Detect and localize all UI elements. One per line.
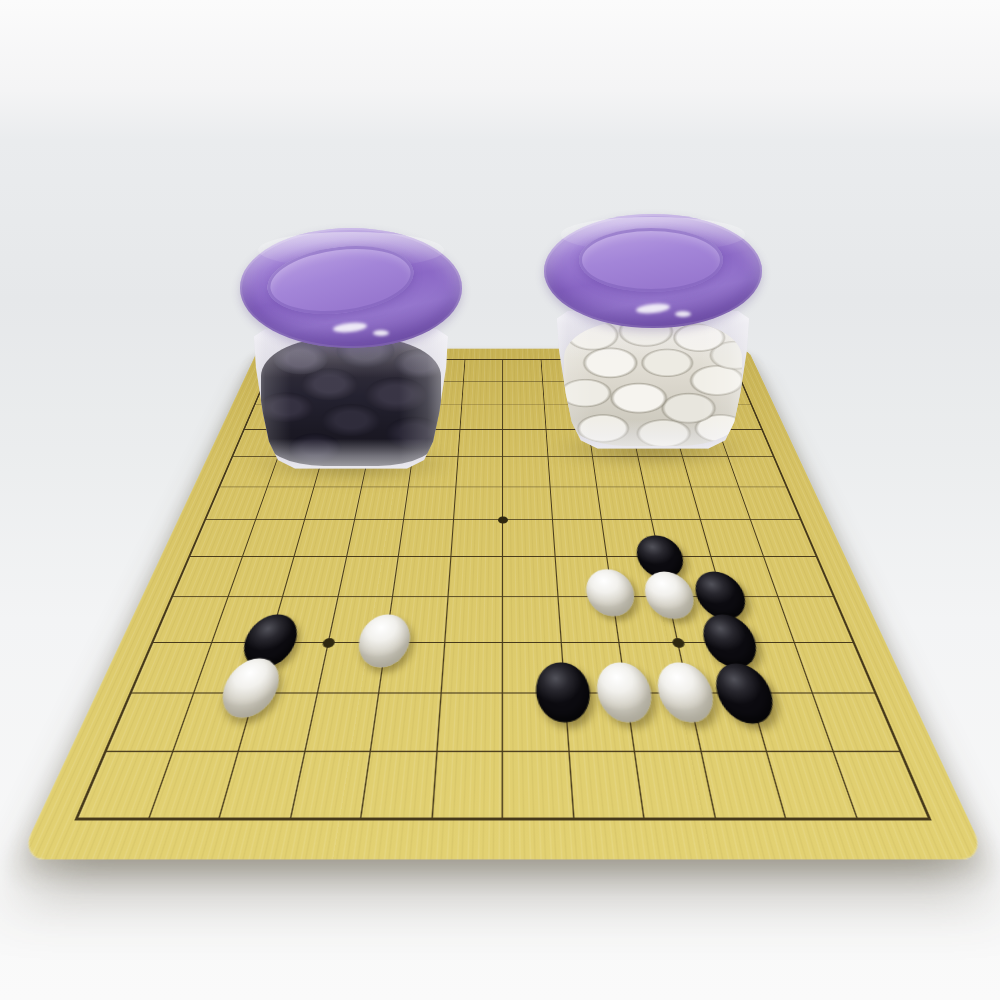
- grid-cell: [441, 642, 503, 693]
- jar-glass-sheen: [251, 328, 451, 470]
- photo-scene: [0, 0, 1000, 1000]
- grid-cell: [295, 520, 355, 557]
- grid-cell: [456, 457, 503, 487]
- grid-cell: [503, 404, 546, 429]
- grid-cell: [437, 694, 503, 752]
- jar-glass-sheen: [554, 310, 752, 450]
- grid-cell: [338, 557, 399, 598]
- grid-cell: [355, 487, 409, 520]
- grid-cell: [569, 751, 644, 817]
- go-board-mat: [19, 349, 987, 860]
- grid-cell: [503, 751, 574, 817]
- grid-cell: [432, 751, 503, 817]
- grid-cell: [503, 457, 550, 487]
- white-jar-lid[interactable]: [544, 214, 762, 328]
- grid-cell: [399, 520, 454, 557]
- white-stones-jar[interactable]: [544, 214, 762, 454]
- grid-cell: [460, 404, 503, 429]
- grid-cell: [503, 557, 558, 598]
- black-jar-lid[interactable]: [240, 228, 462, 348]
- tengen-star-point: [498, 517, 508, 524]
- grid-cell: [739, 487, 800, 520]
- grid-cell: [503, 430, 548, 457]
- grid-cell: [553, 520, 608, 557]
- grid-cell: [503, 597, 561, 642]
- grid-cell: [371, 694, 441, 752]
- jar-body: [251, 328, 451, 470]
- grid-cell: [503, 520, 555, 557]
- grid-cell: [404, 487, 456, 520]
- grid-cell: [454, 487, 504, 520]
- grid-cell: [347, 520, 404, 557]
- grid-cell: [550, 487, 602, 520]
- lid-inner-disc: [579, 228, 723, 292]
- go-board-perspective-wrapper: [19, 349, 987, 860]
- grid-cell: [503, 381, 544, 404]
- go-board-grid: [74, 359, 931, 820]
- black-stones-jar[interactable]: [240, 228, 462, 472]
- grid-cell: [462, 381, 503, 404]
- grid-cell: [445, 597, 503, 642]
- jar-body: [554, 310, 752, 450]
- grid-cell: [503, 360, 543, 381]
- grid-cell: [463, 360, 503, 381]
- grid-cell: [361, 751, 436, 817]
- grid-cell: [305, 487, 362, 520]
- grid-cell: [448, 557, 503, 598]
- grid-cell: [597, 487, 651, 520]
- grid-cell: [305, 694, 379, 752]
- grid-cell: [458, 430, 503, 457]
- grid-cell: [283, 557, 347, 598]
- grid-lines: [78, 360, 927, 818]
- grid-cell: [451, 520, 503, 557]
- grid-cell: [291, 751, 371, 817]
- grid-cell: [728, 457, 786, 487]
- lid-glint: [675, 311, 691, 317]
- grid-cell: [503, 487, 553, 520]
- grid-cell: [393, 557, 451, 598]
